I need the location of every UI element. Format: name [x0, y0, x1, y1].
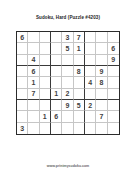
- cell-r2c7[interactable]: [85, 43, 96, 54]
- cell-r8c2[interactable]: [28, 111, 39, 122]
- puzzle-title: Sudoku, Hard (Puzzle #4203): [0, 15, 136, 20]
- cell-r4c6[interactable]: 8: [74, 66, 85, 77]
- cell-r5c9[interactable]: [108, 77, 119, 88]
- cell-r9c9[interactable]: [108, 123, 119, 134]
- cell-r2c6[interactable]: 1: [74, 43, 85, 54]
- cell-r9c8[interactable]: [96, 123, 107, 134]
- cell-r7c9[interactable]: [108, 100, 119, 111]
- cell-r4c9[interactable]: [108, 66, 119, 77]
- cell-r6c7[interactable]: [85, 89, 96, 100]
- cell-r3c7[interactable]: [85, 55, 96, 66]
- cell-r2c1[interactable]: [17, 43, 28, 54]
- cell-r4c1[interactable]: [17, 66, 28, 77]
- footer-url: www.printmysudoku.com: [0, 164, 136, 168]
- cell-r1c6[interactable]: 7: [74, 32, 85, 43]
- cell-r9c7[interactable]: [85, 123, 96, 134]
- cell-r7c7[interactable]: 2: [85, 100, 96, 111]
- cell-r9c6[interactable]: [74, 123, 85, 134]
- cell-r3c4[interactable]: [51, 55, 62, 66]
- cell-r4c8[interactable]: 9: [96, 66, 107, 77]
- cell-r3c6[interactable]: [74, 55, 85, 66]
- cell-r2c3[interactable]: [40, 43, 51, 54]
- cell-r9c4[interactable]: [51, 123, 62, 134]
- cell-r6c3[interactable]: [40, 89, 51, 100]
- sudoku-board: 637516496891487129521673: [16, 31, 120, 135]
- cell-r3c5[interactable]: [62, 55, 73, 66]
- cell-r9c3[interactable]: [40, 123, 51, 134]
- cell-r1c2[interactable]: [28, 32, 39, 43]
- cell-r4c7[interactable]: [85, 66, 96, 77]
- cell-r1c4[interactable]: [51, 32, 62, 43]
- cell-r6c2[interactable]: 7: [28, 89, 39, 100]
- cell-r4c4[interactable]: [51, 66, 62, 77]
- cell-r1c5[interactable]: 3: [62, 32, 73, 43]
- cell-r7c3[interactable]: [40, 100, 51, 111]
- cell-r4c5[interactable]: [62, 66, 73, 77]
- cell-r3c8[interactable]: [96, 55, 107, 66]
- cell-r8c3[interactable]: 1: [40, 111, 51, 122]
- cell-r6c9[interactable]: [108, 89, 119, 100]
- cell-r4c3[interactable]: [40, 66, 51, 77]
- cell-r5c2[interactable]: 1: [28, 77, 39, 88]
- cell-r1c9[interactable]: [108, 32, 119, 43]
- cell-r2c8[interactable]: [96, 43, 107, 54]
- cell-r6c8[interactable]: [96, 89, 107, 100]
- cell-r7c8[interactable]: [96, 100, 107, 111]
- cell-r5c4[interactable]: [51, 77, 62, 88]
- cell-r5c6[interactable]: [74, 77, 85, 88]
- cell-r3c9[interactable]: 9: [108, 55, 119, 66]
- cell-r1c3[interactable]: [40, 32, 51, 43]
- cell-r3c1[interactable]: [17, 55, 28, 66]
- cell-r5c8[interactable]: 8: [96, 77, 107, 88]
- cell-r7c5[interactable]: 9: [62, 100, 73, 111]
- cell-r5c1[interactable]: [17, 77, 28, 88]
- cell-r6c1[interactable]: [17, 89, 28, 100]
- cell-r7c1[interactable]: [17, 100, 28, 111]
- cell-r8c7[interactable]: [85, 111, 96, 122]
- cell-r8c6[interactable]: [74, 111, 85, 122]
- cell-r4c2[interactable]: 6: [28, 66, 39, 77]
- cell-r6c5[interactable]: 2: [62, 89, 73, 100]
- cell-r9c2[interactable]: [28, 123, 39, 134]
- cell-r9c5[interactable]: [62, 123, 73, 134]
- cell-r1c1[interactable]: 6: [17, 32, 28, 43]
- cell-r6c4[interactable]: 1: [51, 89, 62, 100]
- cell-r7c6[interactable]: 5: [74, 100, 85, 111]
- cell-r7c2[interactable]: [28, 100, 39, 111]
- cell-r8c1[interactable]: [17, 111, 28, 122]
- cell-r5c7[interactable]: 4: [85, 77, 96, 88]
- cell-r2c4[interactable]: [51, 43, 62, 54]
- cell-r5c5[interactable]: [62, 77, 73, 88]
- cell-r2c5[interactable]: 5: [62, 43, 73, 54]
- cell-r6c6[interactable]: [74, 89, 85, 100]
- cell-r5c3[interactable]: [40, 77, 51, 88]
- cell-r1c7[interactable]: [85, 32, 96, 43]
- cell-r7c4[interactable]: [51, 100, 62, 111]
- cell-r3c3[interactable]: [40, 55, 51, 66]
- cell-r9c1[interactable]: 3: [17, 123, 28, 134]
- cell-r2c9[interactable]: 6: [108, 43, 119, 54]
- cell-r8c4[interactable]: 6: [51, 111, 62, 122]
- cell-r8c9[interactable]: [108, 111, 119, 122]
- cell-r3c2[interactable]: 4: [28, 55, 39, 66]
- cell-r2c2[interactable]: [28, 43, 39, 54]
- cell-r8c8[interactable]: 7: [96, 111, 107, 122]
- cell-r1c8[interactable]: [96, 32, 107, 43]
- cell-r8c5[interactable]: [62, 111, 73, 122]
